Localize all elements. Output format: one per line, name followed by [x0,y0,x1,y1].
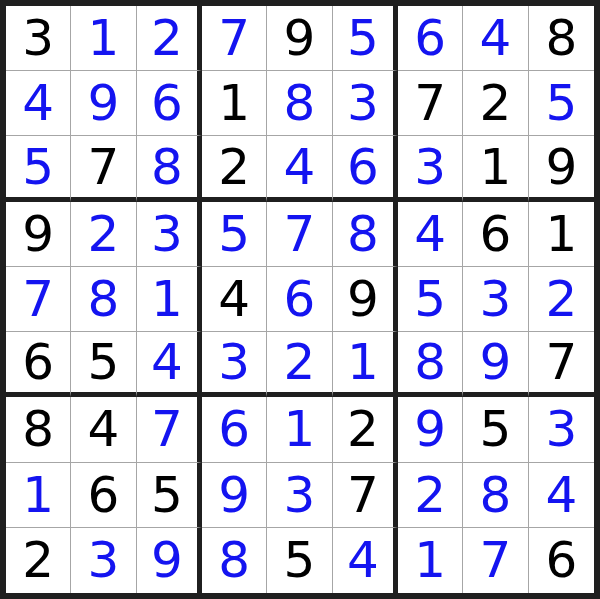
cell-r2c2[interactable]: 9 [71,71,136,136]
cell-r9c6[interactable]: 4 [333,528,398,593]
cell-r2c5[interactable]: 8 [267,71,332,136]
cell-r5c3[interactable]: 1 [137,267,202,332]
cell-r7c9[interactable]: 3 [529,397,594,462]
cell-r5c5[interactable]: 6 [267,267,332,332]
cell-r4c5[interactable]: 7 [267,202,332,267]
cell-r3c6[interactable]: 6 [333,136,398,201]
cell-r2c8[interactable]: 2 [463,71,528,136]
cell-r8c1[interactable]: 1 [6,463,71,528]
cell-r6c6[interactable]: 1 [333,332,398,397]
cell-r9c1[interactable]: 2 [6,528,71,593]
cell-r7c5[interactable]: 1 [267,397,332,462]
cell-r2c1[interactable]: 4 [6,71,71,136]
cell-r5c2[interactable]: 8 [71,267,136,332]
cell-r9c7[interactable]: 1 [398,528,463,593]
cell-r9c3[interactable]: 9 [137,528,202,593]
cell-r9c2[interactable]: 3 [71,528,136,593]
cell-r2c4[interactable]: 1 [202,71,267,136]
cell-r8c6[interactable]: 7 [333,463,398,528]
cell-r1c4[interactable]: 7 [202,6,267,71]
cell-r4c3[interactable]: 3 [137,202,202,267]
cell-r7c3[interactable]: 7 [137,397,202,462]
cell-r6c3[interactable]: 4 [137,332,202,397]
cell-r7c4[interactable]: 6 [202,397,267,462]
cell-r7c6[interactable]: 2 [333,397,398,462]
cell-r5c9[interactable]: 2 [529,267,594,332]
cell-r9c9[interactable]: 6 [529,528,594,593]
cell-r3c3[interactable]: 8 [137,136,202,201]
cell-r6c8[interactable]: 9 [463,332,528,397]
cell-r6c2[interactable]: 5 [71,332,136,397]
cell-r3c2[interactable]: 7 [71,136,136,201]
cell-r7c7[interactable]: 9 [398,397,463,462]
cell-r5c8[interactable]: 3 [463,267,528,332]
cell-r6c1[interactable]: 6 [6,332,71,397]
cell-r2c9[interactable]: 5 [529,71,594,136]
cell-r9c4[interactable]: 8 [202,528,267,593]
cell-r1c3[interactable]: 2 [137,6,202,71]
sudoku-board: 3127956484961837255782463199235784617814… [0,0,600,599]
cell-r3c9[interactable]: 9 [529,136,594,201]
cell-r9c8[interactable]: 7 [463,528,528,593]
cell-r1c6[interactable]: 5 [333,6,398,71]
cell-r1c8[interactable]: 4 [463,6,528,71]
cell-r1c1[interactable]: 3 [6,6,71,71]
cell-r5c4[interactable]: 4 [202,267,267,332]
cell-r1c9[interactable]: 8 [529,6,594,71]
cell-r8c7[interactable]: 2 [398,463,463,528]
cell-r1c2[interactable]: 1 [71,6,136,71]
cell-r3c4[interactable]: 2 [202,136,267,201]
cell-r6c5[interactable]: 2 [267,332,332,397]
cell-r8c4[interactable]: 9 [202,463,267,528]
cell-r5c6[interactable]: 9 [333,267,398,332]
cell-r4c9[interactable]: 1 [529,202,594,267]
cell-r4c1[interactable]: 9 [6,202,71,267]
cell-r7c2[interactable]: 4 [71,397,136,462]
cell-r5c7[interactable]: 5 [398,267,463,332]
cell-r5c1[interactable]: 7 [6,267,71,332]
cell-r2c7[interactable]: 7 [398,71,463,136]
cell-r6c9[interactable]: 7 [529,332,594,397]
cell-r1c5[interactable]: 9 [267,6,332,71]
cell-r4c7[interactable]: 4 [398,202,463,267]
cell-r9c5[interactable]: 5 [267,528,332,593]
cell-r4c4[interactable]: 5 [202,202,267,267]
cell-r8c5[interactable]: 3 [267,463,332,528]
cell-r4c6[interactable]: 8 [333,202,398,267]
cell-r7c8[interactable]: 5 [463,397,528,462]
cell-r6c7[interactable]: 8 [398,332,463,397]
cell-r1c7[interactable]: 6 [398,6,463,71]
cell-r4c8[interactable]: 6 [463,202,528,267]
cell-r2c3[interactable]: 6 [137,71,202,136]
cell-r3c8[interactable]: 1 [463,136,528,201]
cell-r3c1[interactable]: 5 [6,136,71,201]
cell-r4c2[interactable]: 2 [71,202,136,267]
cell-r8c8[interactable]: 8 [463,463,528,528]
cell-r7c1[interactable]: 8 [6,397,71,462]
cell-r3c7[interactable]: 3 [398,136,463,201]
cell-r3c5[interactable]: 4 [267,136,332,201]
cell-r6c4[interactable]: 3 [202,332,267,397]
cell-r8c2[interactable]: 6 [71,463,136,528]
cell-r8c9[interactable]: 4 [529,463,594,528]
cell-r8c3[interactable]: 5 [137,463,202,528]
cell-r2c6[interactable]: 3 [333,71,398,136]
